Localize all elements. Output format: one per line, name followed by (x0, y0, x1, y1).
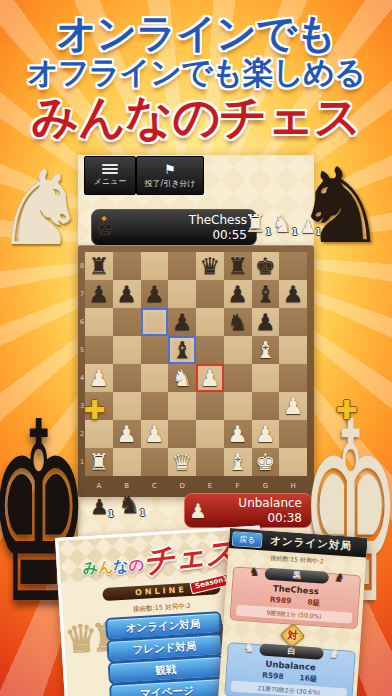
square-c3[interactable] (141, 392, 169, 420)
white-queen: ♛ (168, 448, 196, 476)
white-king: ♚ (252, 448, 280, 476)
square-d7[interactable] (168, 280, 196, 308)
black-queen: ♛ (196, 252, 224, 280)
chess-board: ♜♛♜♚♟♟♟♟♝♟♟♞♟♝♝♟♞♟♟♟♟♟♟♜♛♝♚ (85, 252, 307, 476)
app-store-screenshot: オンラインでも オフラインでも楽しめる みんなのチェス ♞ ♞ メニュー ⚑ 投… (0, 0, 392, 696)
board-frame: 87654321 ♜♛♜♚♟♟♟♟♝♟♟♞♟♝♝♟♞♟♟♟♟♟♟♜♛♝♚ ABC… (78, 245, 314, 497)
knight-icon: ♞ (328, 647, 340, 660)
black-player-name: TheChess (189, 213, 247, 228)
black-pawn: ♟ (141, 280, 169, 308)
square-h4[interactable] (279, 364, 307, 392)
white-pawn: ♟ (113, 420, 141, 448)
captured-knight: ♞1 (118, 492, 140, 517)
square-d6[interactable]: ♟ (168, 308, 196, 336)
file-label-c: C (141, 476, 169, 496)
hamburger-icon (102, 164, 118, 174)
square-b5[interactable] (113, 336, 141, 364)
white-card-grade: 16級 (299, 673, 318, 684)
black-pawn: ♟ (85, 280, 113, 308)
online-match-screenshot: 戻る オンライン対局 接続数:15 対局中:2 ♞ 黒 ♞ TheChess R… (218, 528, 368, 696)
square-f7[interactable]: ♟ (224, 280, 252, 308)
black-card-rating: R989 (270, 595, 292, 606)
square-a4[interactable]: ♟ (85, 364, 113, 392)
square-d4[interactable]: ♞ (168, 364, 196, 392)
logo-char: み (82, 558, 98, 577)
square-e3[interactable] (196, 392, 224, 420)
captured-count: 1 (266, 229, 272, 237)
black-rook: ♜ (224, 252, 252, 280)
square-c1[interactable] (141, 448, 169, 476)
white-piece-icon: ♟ (185, 501, 211, 521)
square-f5[interactable] (224, 336, 252, 364)
white-pawn: ♟ (85, 364, 113, 392)
flag-icon: ⚑ (164, 163, 176, 176)
square-d5[interactable]: ♝ (168, 336, 196, 364)
logo-char: ん (97, 558, 113, 577)
square-h3[interactable]: ♟ (279, 392, 307, 420)
square-b6[interactable] (113, 308, 141, 336)
black-player-card: ♞ 黒 ♞ TheChess R989 8級 9勝9敗1分 (50.0%) (230, 566, 361, 629)
online-banner: ONLINE Season1 (102, 581, 221, 601)
logo-minna: みんなの (82, 555, 144, 578)
logo-char: な (113, 557, 129, 576)
black-bishop: ♝ (252, 280, 280, 308)
square-d2[interactable] (168, 420, 196, 448)
black-knight: ♞ (224, 308, 252, 336)
menu-button-label: メニュー (94, 176, 127, 187)
black-pawn: ♟ (113, 280, 141, 308)
square-d3[interactable] (168, 392, 196, 420)
white-side-ribbon: ♞ 白 ♞ (259, 643, 324, 659)
white-player-card: ♞ 白 ♞ Unbalance R598 16級 21勝70敗2分 (30.6%… (224, 642, 355, 696)
white-bishop: ♝ (252, 336, 280, 364)
black-bishop: ♝ (168, 336, 196, 364)
black-pawn: ♟ (224, 280, 252, 308)
black-pawn: ♟ (279, 280, 307, 308)
resign-draw-button[interactable]: ⚑ 投了/引き分け (136, 156, 204, 195)
white-side-label: 白 (287, 646, 296, 656)
square-h2[interactable] (279, 420, 307, 448)
square-b8[interactable] (113, 252, 141, 280)
online-banner-label: ONLINE (135, 585, 187, 597)
square-c8[interactable] (141, 252, 169, 280)
square-f6[interactable]: ♞ (224, 308, 252, 336)
square-f1[interactable]: ♝ (224, 448, 252, 476)
square-d1[interactable]: ♛ (168, 448, 196, 476)
square-e2[interactable] (196, 420, 224, 448)
match-title: オンライン対局 (263, 533, 360, 554)
black-card-grade: 8級 (307, 598, 320, 609)
square-f4[interactable] (224, 364, 252, 392)
square-c5[interactable] (141, 336, 169, 364)
white-bishop: ♝ (224, 448, 252, 476)
square-g4[interactable] (252, 364, 280, 392)
captured-count: 1 (140, 510, 146, 518)
knight-icon: ♞ (249, 565, 261, 578)
square-e6[interactable] (196, 308, 224, 336)
square-b3[interactable] (113, 392, 141, 420)
square-b4[interactable] (113, 364, 141, 392)
white-pawn: ♟ (141, 420, 169, 448)
square-a6[interactable] (85, 308, 113, 336)
white-player-name: Unbalance (238, 496, 302, 511)
square-g2[interactable]: ♟ (252, 420, 280, 448)
square-g8[interactable]: ♚ (252, 252, 280, 280)
square-a5[interactable] (85, 336, 113, 364)
square-e8[interactable]: ♛ (196, 252, 224, 280)
white-player-clock: 00:38 (267, 511, 302, 526)
captured-rook: ♜1 (244, 211, 266, 236)
square-h1[interactable] (279, 448, 307, 476)
white-pawn: ♟ (224, 420, 252, 448)
square-c6[interactable] (141, 308, 169, 336)
square-h7[interactable]: ♟ (279, 280, 307, 308)
black-player-badge: ♚✚ TheChess 00:55 (91, 209, 257, 246)
square-d8[interactable] (168, 252, 196, 280)
knight-icon: ♞ (243, 641, 255, 654)
black-pawn: ♟ (252, 308, 280, 336)
black-side-ribbon: ♞ 黒 ♞ (264, 568, 329, 584)
black-player-clock: 00:55 (212, 228, 247, 243)
square-b7[interactable]: ♟ (113, 280, 141, 308)
headline-line3: みんなのチェス (0, 86, 392, 149)
white-knight: ♞ (168, 364, 196, 392)
square-g1[interactable]: ♚ (252, 448, 280, 476)
square-h6[interactable] (279, 308, 307, 336)
black-king: ♚ (252, 252, 280, 280)
square-g6[interactable]: ♟ (252, 308, 280, 336)
captured-knight: ♞1 (272, 213, 293, 236)
file-label-a: A (85, 476, 113, 496)
white-rook: ♜ (85, 448, 113, 476)
square-c4[interactable] (141, 364, 169, 392)
black-pawn: ♟ (168, 308, 196, 336)
square-f2[interactable]: ♟ (224, 420, 252, 448)
mini-cross-icon: ✚ (101, 216, 107, 223)
gold-cross-right-icon: ✚ (336, 397, 358, 423)
square-b1[interactable] (113, 448, 141, 476)
square-f8[interactable]: ♜ (224, 252, 252, 280)
square-b2[interactable]: ♟ (113, 420, 141, 448)
square-h5[interactable] (279, 336, 307, 364)
square-e1[interactable] (196, 448, 224, 476)
knight-icon: ♞ (334, 571, 346, 584)
white-pawn: ♟ (279, 392, 307, 420)
gold-cross-left-icon: ✚ (84, 397, 106, 423)
square-c2[interactable]: ♟ (141, 420, 169, 448)
menu-button[interactable]: メニュー (84, 156, 136, 195)
back-button[interactable]: 戻る (232, 531, 263, 548)
captured-pawn: ♟1 (90, 497, 109, 518)
vs-label: 対 (284, 627, 301, 644)
square-a7[interactable]: ♟ (85, 280, 113, 308)
white-player-badge: ♟ Unbalance 00:38 (184, 493, 312, 528)
square-e5[interactable] (196, 336, 224, 364)
square-a8[interactable]: ♜ (85, 252, 113, 280)
game-screenshot-panel: メニュー ⚑ 投了/引き分け ♚✚ TheChess 00:55 ♜1♞1♟1 … (78, 155, 314, 547)
square-g7[interactable]: ♝ (252, 280, 280, 308)
logo-char: の (128, 556, 144, 575)
black-king-icon: ♚✚ (92, 218, 118, 238)
captured-pawn: ♟1 (300, 218, 316, 236)
white-pawn: ♟ (196, 364, 224, 392)
captured-count: 1 (292, 229, 298, 237)
square-a1[interactable]: ♜ (85, 448, 113, 476)
square-c7[interactable]: ♟ (141, 280, 169, 308)
resign-button-label: 投了/引き分け (144, 178, 195, 189)
square-f3[interactable] (224, 392, 252, 420)
square-g5[interactable]: ♝ (252, 336, 280, 364)
black-rook: ♜ (85, 252, 113, 280)
square-e4[interactable]: ♟ (196, 364, 224, 392)
captured-count: 1 (108, 511, 114, 519)
black-side-label: 黒 (293, 571, 302, 581)
captured-count: 1 (316, 229, 322, 237)
square-h8[interactable] (279, 252, 307, 280)
square-g3[interactable] (252, 392, 280, 420)
white-card-rating: R598 (262, 671, 284, 682)
white-pawn: ♟ (252, 420, 280, 448)
square-e7[interactable] (196, 280, 224, 308)
